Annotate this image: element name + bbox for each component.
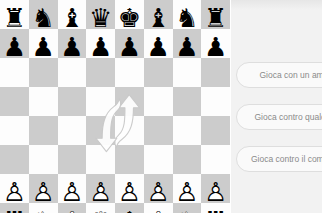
square-a4[interactable] xyxy=(0,116,29,145)
square-c1[interactable]: ♝♗ xyxy=(58,203,87,213)
square-g7[interactable]: ♟ xyxy=(173,29,202,58)
piece-white-pawn[interactable]: ♟♙ xyxy=(144,177,173,206)
piece-black-king[interactable]: ♚ xyxy=(115,3,144,32)
piece-white-bishop[interactable]: ♝♗ xyxy=(144,206,173,213)
square-g1[interactable]: ♞♘ xyxy=(173,203,202,213)
square-h4[interactable] xyxy=(201,116,230,145)
play-computer-button[interactable]: Gioca contro il computer xyxy=(236,146,322,172)
square-d1[interactable]: ♛♕ xyxy=(86,203,115,213)
square-a5[interactable] xyxy=(0,87,29,116)
piece-white-pawn[interactable]: ♟♙ xyxy=(201,177,230,206)
square-d4[interactable] xyxy=(86,116,115,145)
chess-board: ♜♞♝♛♚♝♞♜♟♟♟♟♟♟♟♟♟♙♟♙♟♙♟♙♟♙♟♙♟♙♟♙♜♖♞♘♝♗♛♕… xyxy=(0,0,230,213)
piece-white-pawn[interactable]: ♟♙ xyxy=(115,177,144,206)
square-h1[interactable]: ♜♖ xyxy=(201,203,230,213)
square-h6[interactable] xyxy=(201,58,230,87)
piece-white-pawn[interactable]: ♟♙ xyxy=(29,177,58,206)
square-d2[interactable]: ♟♙ xyxy=(86,174,115,203)
square-b5[interactable] xyxy=(29,87,58,116)
square-f8[interactable]: ♝ xyxy=(144,0,173,29)
piece-black-bishop[interactable]: ♝ xyxy=(144,3,173,32)
piece-white-knight[interactable]: ♞♘ xyxy=(29,206,58,213)
piece-black-queen[interactable]: ♛ xyxy=(86,3,115,32)
square-b2[interactable]: ♟♙ xyxy=(29,174,58,203)
square-c8[interactable]: ♝ xyxy=(58,0,87,29)
piece-white-bishop[interactable]: ♝♗ xyxy=(58,206,87,213)
square-g4[interactable] xyxy=(173,116,202,145)
piece-white-pawn[interactable]: ♟♙ xyxy=(173,177,202,206)
piece-black-knight[interactable]: ♞ xyxy=(173,3,202,32)
square-f5[interactable] xyxy=(144,87,173,116)
play-with-friend-button[interactable]: Gioca con un amico xyxy=(236,62,322,88)
square-b1[interactable]: ♞♘ xyxy=(29,203,58,213)
square-b6[interactable] xyxy=(29,58,58,87)
square-g6[interactable] xyxy=(173,58,202,87)
square-e1[interactable]: ♚♔ xyxy=(115,203,144,213)
square-c4[interactable] xyxy=(58,116,87,145)
square-h8[interactable]: ♜ xyxy=(201,0,230,29)
piece-black-pawn[interactable]: ♟ xyxy=(0,32,29,61)
square-c3[interactable] xyxy=(58,145,87,174)
square-g5[interactable] xyxy=(173,87,202,116)
square-h2[interactable]: ♟♙ xyxy=(201,174,230,203)
piece-black-pawn[interactable]: ♟ xyxy=(58,32,87,61)
square-e7[interactable]: ♟ xyxy=(115,29,144,58)
square-h7[interactable]: ♟ xyxy=(201,29,230,58)
square-e8[interactable]: ♚ xyxy=(115,0,144,29)
square-a7[interactable]: ♟ xyxy=(0,29,29,58)
square-d6[interactable] xyxy=(86,58,115,87)
square-b3[interactable] xyxy=(29,145,58,174)
piece-white-rook[interactable]: ♜♖ xyxy=(201,206,230,213)
square-c7[interactable]: ♟ xyxy=(58,29,87,58)
piece-white-pawn[interactable]: ♟♙ xyxy=(0,177,29,206)
square-c2[interactable]: ♟♙ xyxy=(58,174,87,203)
square-e4[interactable] xyxy=(115,116,144,145)
square-a2[interactable]: ♟♙ xyxy=(0,174,29,203)
square-e5[interactable] xyxy=(115,87,144,116)
square-f7[interactable]: ♟ xyxy=(144,29,173,58)
square-c5[interactable] xyxy=(58,87,87,116)
square-b7[interactable]: ♟ xyxy=(29,29,58,58)
square-e6[interactable] xyxy=(115,58,144,87)
piece-white-pawn[interactable]: ♟♙ xyxy=(86,177,115,206)
piece-white-queen[interactable]: ♛♕ xyxy=(86,206,115,213)
square-a1[interactable]: ♜♖ xyxy=(0,203,29,213)
square-g3[interactable] xyxy=(173,145,202,174)
square-c6[interactable] xyxy=(58,58,87,87)
square-g2[interactable]: ♟♙ xyxy=(173,174,202,203)
square-e2[interactable]: ♟♙ xyxy=(115,174,144,203)
piece-black-pawn[interactable]: ♟ xyxy=(201,32,230,61)
piece-black-bishop[interactable]: ♝ xyxy=(58,3,87,32)
square-b4[interactable] xyxy=(29,116,58,145)
square-h3[interactable] xyxy=(201,145,230,174)
piece-black-pawn[interactable]: ♟ xyxy=(115,32,144,61)
square-d3[interactable] xyxy=(86,145,115,174)
piece-white-knight[interactable]: ♞♘ xyxy=(173,206,202,213)
square-h5[interactable] xyxy=(201,87,230,116)
square-g8[interactable]: ♞ xyxy=(173,0,202,29)
piece-white-pawn[interactable]: ♟♙ xyxy=(58,177,87,206)
piece-black-pawn[interactable]: ♟ xyxy=(86,32,115,61)
square-a6[interactable] xyxy=(0,58,29,87)
play-online-button[interactable]: Gioca contro qualcuno xyxy=(236,104,322,130)
piece-black-knight[interactable]: ♞ xyxy=(29,3,58,32)
square-a8[interactable]: ♜ xyxy=(0,0,29,29)
square-f2[interactable]: ♟♙ xyxy=(144,174,173,203)
square-d7[interactable]: ♟ xyxy=(86,29,115,58)
square-f1[interactable]: ♝♗ xyxy=(144,203,173,213)
piece-black-rook[interactable]: ♜ xyxy=(0,3,29,32)
square-f6[interactable] xyxy=(144,58,173,87)
square-b8[interactable]: ♞ xyxy=(29,0,58,29)
square-a3[interactable] xyxy=(0,145,29,174)
square-d8[interactable]: ♛ xyxy=(86,0,115,29)
piece-black-pawn[interactable]: ♟ xyxy=(144,32,173,61)
piece-black-rook[interactable]: ♜ xyxy=(201,3,230,32)
square-f4[interactable] xyxy=(144,116,173,145)
square-f3[interactable] xyxy=(144,145,173,174)
square-d5[interactable] xyxy=(86,87,115,116)
piece-white-rook[interactable]: ♜♖ xyxy=(0,206,29,213)
square-e3[interactable] xyxy=(115,145,144,174)
piece-black-pawn[interactable]: ♟ xyxy=(29,32,58,61)
piece-white-king[interactable]: ♚♔ xyxy=(115,206,144,213)
lichess-lobby-screen: ♜♞♝♛♚♝♞♜♟♟♟♟♟♟♟♟♟♙♟♙♟♙♟♙♟♙♟♙♟♙♟♙♜♖♞♘♝♗♛♕… xyxy=(0,0,322,213)
piece-black-pawn[interactable]: ♟ xyxy=(173,32,202,61)
